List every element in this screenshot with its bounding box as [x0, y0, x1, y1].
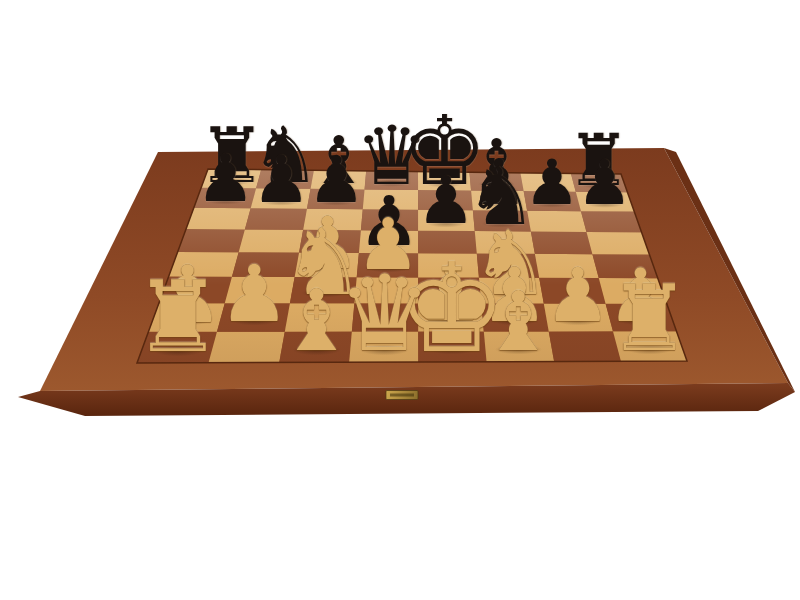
plaque-engraving	[390, 394, 414, 397]
front-shading	[137, 169, 687, 363]
chess-set-photo: ♜♞♝♛♚♝♜♟♟♟♟♟♟♟♞♟♟♟♞♞♟♟♟♟♟♟♜♝♚♛♝♜	[0, 0, 800, 600]
chessboard	[0, 0, 800, 600]
